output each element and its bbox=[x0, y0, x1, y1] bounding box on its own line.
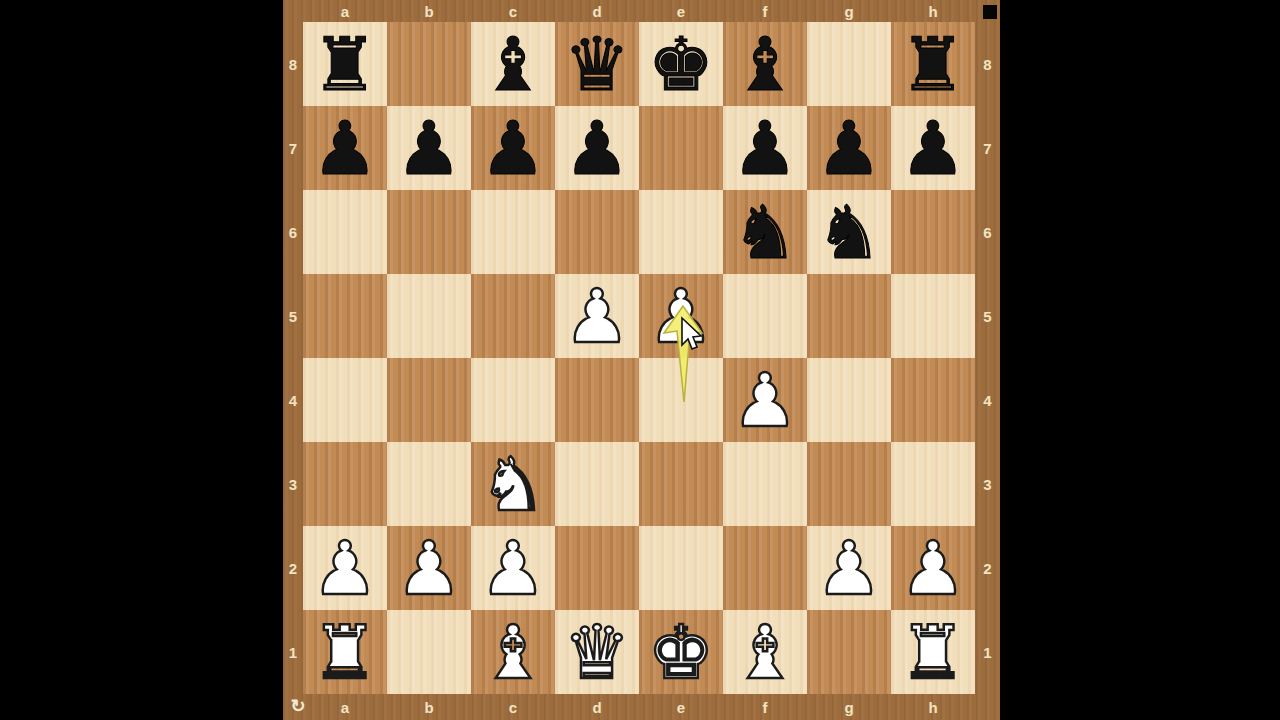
file-label-e: e bbox=[639, 0, 723, 22]
piece-white-pawn-h2[interactable]: ♟ bbox=[900, 526, 966, 610]
piece-black-pawn-c7[interactable]: ♟ bbox=[480, 106, 546, 190]
square-c6[interactable] bbox=[471, 190, 555, 274]
rank-label-5: 5 bbox=[283, 274, 303, 358]
square-h6[interactable] bbox=[891, 190, 975, 274]
piece-white-knight-c3[interactable]: ♞ bbox=[480, 442, 546, 526]
square-c7[interactable]: ♟ bbox=[471, 106, 555, 190]
piece-black-pawn-f7[interactable]: ♟ bbox=[732, 106, 798, 190]
square-e2[interactable] bbox=[639, 526, 723, 610]
video-frame: abcdefgh abcdefgh 87654321 87654321 ♜♝♛♚… bbox=[0, 0, 1280, 720]
square-h1[interactable]: ♜ bbox=[891, 610, 975, 694]
piece-white-pawn-b2[interactable]: ♟ bbox=[396, 526, 462, 610]
rank-label-3: 3 bbox=[975, 442, 1000, 526]
square-d8[interactable]: ♛ bbox=[555, 22, 639, 106]
replay-icon[interactable]: ↻ bbox=[286, 695, 310, 717]
square-a5[interactable] bbox=[303, 274, 387, 358]
square-g7[interactable]: ♟ bbox=[807, 106, 891, 190]
rank-label-4: 4 bbox=[283, 358, 303, 442]
square-b3[interactable] bbox=[387, 442, 471, 526]
piece-black-queen-d8[interactable]: ♛ bbox=[564, 22, 630, 106]
piece-black-pawn-a7[interactable]: ♟ bbox=[312, 106, 378, 190]
square-f5[interactable] bbox=[723, 274, 807, 358]
file-label-b: b bbox=[387, 694, 471, 720]
square-f6[interactable]: ♞ bbox=[723, 190, 807, 274]
piece-white-rook-a1[interactable]: ♜ bbox=[312, 610, 378, 694]
square-d7[interactable]: ♟ bbox=[555, 106, 639, 190]
square-e8[interactable]: ♚ bbox=[639, 22, 723, 106]
rank-label-2: 2 bbox=[283, 526, 303, 610]
square-g4[interactable] bbox=[807, 358, 891, 442]
piece-white-pawn-g2[interactable]: ♟ bbox=[816, 526, 882, 610]
square-e3[interactable] bbox=[639, 442, 723, 526]
square-c4[interactable] bbox=[471, 358, 555, 442]
rank-label-1: 1 bbox=[975, 610, 1000, 694]
square-a1[interactable]: ♜ bbox=[303, 610, 387, 694]
square-a2[interactable]: ♟ bbox=[303, 526, 387, 610]
letterbox-right bbox=[1000, 0, 1280, 720]
square-h8[interactable]: ♜ bbox=[891, 22, 975, 106]
piece-black-king-e8[interactable]: ♚ bbox=[648, 22, 714, 106]
rank-labels-left: 87654321 bbox=[283, 22, 303, 694]
piece-white-queen-d1[interactable]: ♛ bbox=[564, 610, 630, 694]
chess-board: abcdefgh abcdefgh 87654321 87654321 ♜♝♛♚… bbox=[283, 0, 1000, 720]
piece-white-bishop-f1[interactable]: ♝ bbox=[732, 610, 798, 694]
file-label-h: h bbox=[891, 694, 975, 720]
file-label-c: c bbox=[471, 0, 555, 22]
square-f2[interactable] bbox=[723, 526, 807, 610]
file-label-a: a bbox=[303, 694, 387, 720]
piece-black-bishop-f8[interactable]: ♝ bbox=[732, 22, 798, 106]
square-f3[interactable] bbox=[723, 442, 807, 526]
square-h4[interactable] bbox=[891, 358, 975, 442]
square-d1[interactable]: ♛ bbox=[555, 610, 639, 694]
square-a6[interactable] bbox=[303, 190, 387, 274]
file-label-f: f bbox=[723, 694, 807, 720]
square-h7[interactable]: ♟ bbox=[891, 106, 975, 190]
piece-black-pawn-b7[interactable]: ♟ bbox=[396, 106, 462, 190]
rank-label-7: 7 bbox=[975, 106, 1000, 190]
square-a8[interactable]: ♜ bbox=[303, 22, 387, 106]
square-b4[interactable] bbox=[387, 358, 471, 442]
file-labels-bottom: abcdefgh bbox=[303, 694, 975, 720]
square-d3[interactable] bbox=[555, 442, 639, 526]
file-label-a: a bbox=[303, 0, 387, 22]
board-grid: ♜♝♛♚♝♜♟♟♟♟♟♟♟♞♞♟♟♟♞♟♟♟♟♟♜♝♛♚♝♜ bbox=[303, 22, 975, 694]
square-a4[interactable] bbox=[303, 358, 387, 442]
piece-white-pawn-d5[interactable]: ♟ bbox=[564, 274, 630, 358]
square-c5[interactable] bbox=[471, 274, 555, 358]
file-label-f: f bbox=[723, 0, 807, 22]
rank-label-5: 5 bbox=[975, 274, 1000, 358]
square-e1[interactable]: ♚ bbox=[639, 610, 723, 694]
square-b6[interactable] bbox=[387, 190, 471, 274]
square-h2[interactable]: ♟ bbox=[891, 526, 975, 610]
square-d5[interactable]: ♟ bbox=[555, 274, 639, 358]
rank-label-8: 8 bbox=[975, 22, 1000, 106]
file-label-d: d bbox=[555, 694, 639, 720]
square-a3[interactable] bbox=[303, 442, 387, 526]
square-d2[interactable] bbox=[555, 526, 639, 610]
piece-black-rook-h8[interactable]: ♜ bbox=[900, 22, 966, 106]
square-h3[interactable] bbox=[891, 442, 975, 526]
square-c2[interactable]: ♟ bbox=[471, 526, 555, 610]
square-d6[interactable] bbox=[555, 190, 639, 274]
square-b5[interactable] bbox=[387, 274, 471, 358]
file-label-h: h bbox=[891, 0, 975, 22]
piece-black-knight-g6[interactable]: ♞ bbox=[816, 190, 882, 274]
rank-label-8: 8 bbox=[283, 22, 303, 106]
stop-icon bbox=[983, 5, 997, 19]
square-d4[interactable] bbox=[555, 358, 639, 442]
piece-black-knight-f6[interactable]: ♞ bbox=[732, 190, 798, 274]
square-c1[interactable]: ♝ bbox=[471, 610, 555, 694]
square-a7[interactable]: ♟ bbox=[303, 106, 387, 190]
square-f1[interactable]: ♝ bbox=[723, 610, 807, 694]
piece-black-rook-a8[interactable]: ♜ bbox=[312, 22, 378, 106]
square-g1[interactable] bbox=[807, 610, 891, 694]
piece-white-bishop-c1[interactable]: ♝ bbox=[480, 610, 546, 694]
piece-white-king-e1[interactable]: ♚ bbox=[648, 610, 714, 694]
file-label-c: c bbox=[471, 694, 555, 720]
piece-black-pawn-d7[interactable]: ♟ bbox=[564, 106, 630, 190]
rank-label-1: 1 bbox=[283, 610, 303, 694]
rank-label-3: 3 bbox=[283, 442, 303, 526]
square-b2[interactable]: ♟ bbox=[387, 526, 471, 610]
square-g5[interactable] bbox=[807, 274, 891, 358]
square-e6[interactable] bbox=[639, 190, 723, 274]
letterbox-left bbox=[0, 0, 283, 720]
file-label-g: g bbox=[807, 694, 891, 720]
square-e5[interactable]: ♟ bbox=[639, 274, 723, 358]
square-g3[interactable] bbox=[807, 442, 891, 526]
piece-white-pawn-c2[interactable]: ♟ bbox=[480, 526, 546, 610]
square-e7[interactable] bbox=[639, 106, 723, 190]
file-labels-top: abcdefgh bbox=[303, 0, 975, 22]
square-e4[interactable] bbox=[639, 358, 723, 442]
piece-black-pawn-g7[interactable]: ♟ bbox=[816, 106, 882, 190]
square-c3[interactable]: ♞ bbox=[471, 442, 555, 526]
rank-label-7: 7 bbox=[283, 106, 303, 190]
square-b8[interactable] bbox=[387, 22, 471, 106]
rank-label-6: 6 bbox=[283, 190, 303, 274]
file-label-e: e bbox=[639, 694, 723, 720]
square-g6[interactable]: ♞ bbox=[807, 190, 891, 274]
rank-label-2: 2 bbox=[975, 526, 1000, 610]
square-b1[interactable] bbox=[387, 610, 471, 694]
piece-black-bishop-c8[interactable]: ♝ bbox=[480, 22, 546, 106]
rank-label-4: 4 bbox=[975, 358, 1000, 442]
square-c8[interactable]: ♝ bbox=[471, 22, 555, 106]
square-b7[interactable]: ♟ bbox=[387, 106, 471, 190]
piece-white-pawn-a2[interactable]: ♟ bbox=[312, 526, 378, 610]
file-label-b: b bbox=[387, 0, 471, 22]
piece-black-pawn-h7[interactable]: ♟ bbox=[900, 106, 966, 190]
square-f4[interactable]: ♟ bbox=[723, 358, 807, 442]
rank-labels-right: 87654321 bbox=[975, 22, 1000, 694]
file-label-g: g bbox=[807, 0, 891, 22]
file-label-d: d bbox=[555, 0, 639, 22]
square-f8[interactable]: ♝ bbox=[723, 22, 807, 106]
piece-white-pawn-f4[interactable]: ♟ bbox=[732, 358, 798, 442]
square-f7[interactable]: ♟ bbox=[723, 106, 807, 190]
piece-white-pawn-e5[interactable]: ♟ bbox=[648, 274, 714, 358]
square-g2[interactable]: ♟ bbox=[807, 526, 891, 610]
square-h5[interactable] bbox=[891, 274, 975, 358]
square-g8[interactable] bbox=[807, 22, 891, 106]
rank-label-6: 6 bbox=[975, 190, 1000, 274]
piece-white-rook-h1[interactable]: ♜ bbox=[900, 610, 966, 694]
